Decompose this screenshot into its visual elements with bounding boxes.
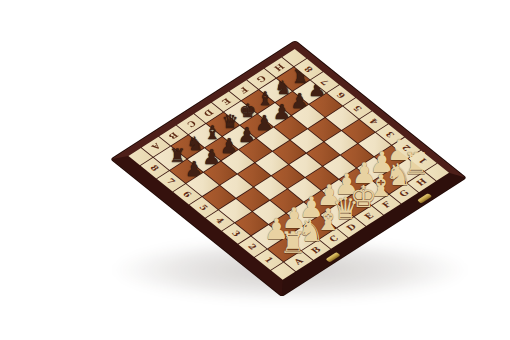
rank-label-left-2-text: 2 [246, 242, 259, 251]
rank-label-left-7-text: 7 [165, 177, 178, 186]
file-label-top-h-text: H [272, 62, 286, 72]
rank-label-right-8-text: 8 [302, 65, 315, 74]
file-label-top-e-text: E [220, 97, 233, 107]
rank-label-left-6-text: 6 [181, 190, 194, 199]
rank-label-right-1-text: 1 [416, 156, 429, 165]
file-label-top-d-text: D [202, 108, 216, 118]
file-label-top-g-text: G [254, 74, 268, 84]
file-label-top-b-text: B [167, 130, 181, 140]
rank-label-left-1-text: 1 [262, 255, 275, 264]
rank-label-left-8-text: 8 [148, 164, 161, 173]
file-label-top-f-text: F [237, 86, 250, 95]
rank-label-left-4-text: 4 [214, 216, 227, 225]
brass-clasp-right [417, 193, 432, 203]
rank-label-left-3-text: 3 [230, 229, 243, 238]
piece-white-rook-a1[interactable]: ♜ [280, 228, 303, 258]
rank-label-left-5-text: 5 [197, 203, 210, 212]
rank-label-right-5-text: 5 [351, 104, 364, 113]
file-label-top-a-text: A [149, 142, 162, 152]
product-photo-scene: AABBCCDDEEFFGGHH8♜♞♝♚♛♝♞♜87♟♟♟♟♟♟♟♟76655… [0, 0, 510, 340]
rank-label-right-7-text: 7 [318, 78, 331, 87]
file-label-top-c-text: C [184, 119, 197, 129]
rank-label-right-6-text: 6 [335, 91, 348, 100]
rank-label-right-4-text: 4 [367, 117, 380, 126]
